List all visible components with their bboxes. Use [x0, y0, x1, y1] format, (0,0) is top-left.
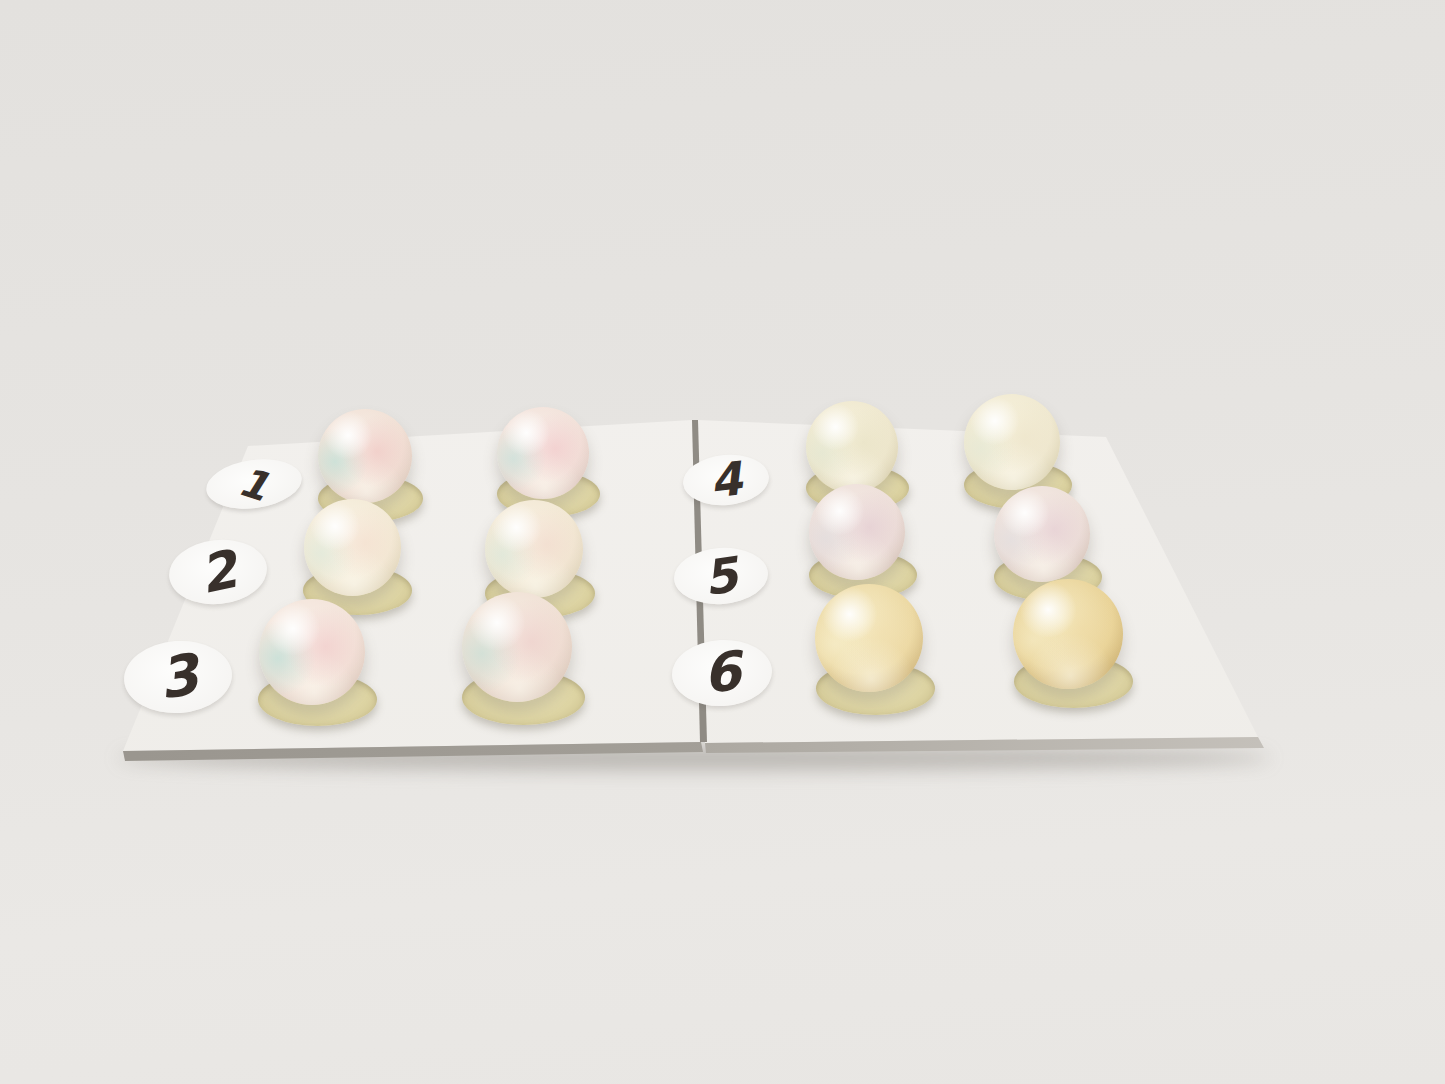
- pair-number-2: 2: [195, 543, 241, 601]
- pearl-4-left: [806, 401, 898, 493]
- pair-number-6: 6: [701, 644, 743, 701]
- photo-scene: 1 2 3 4 5 6: [0, 0, 1445, 1084]
- pearl-5-left: [809, 484, 905, 580]
- pearl-6-left: [815, 584, 923, 692]
- pair-number-3: 3: [154, 646, 201, 707]
- pearl-3-right: [462, 592, 572, 702]
- pearl-6-right: [1013, 579, 1123, 689]
- pearl-3-left: [259, 599, 365, 705]
- pair-number-1: 1: [235, 461, 274, 508]
- pearl-2-left: [304, 499, 401, 596]
- pair-number-5: 5: [701, 550, 741, 602]
- pair-number-4: 4: [707, 455, 744, 505]
- pearl-2-right: [485, 500, 583, 598]
- pearl-1-right: [497, 407, 589, 499]
- pearl-4-right: [964, 394, 1060, 490]
- pearl-1-left: [318, 409, 412, 503]
- pearl-5-right: [994, 486, 1090, 582]
